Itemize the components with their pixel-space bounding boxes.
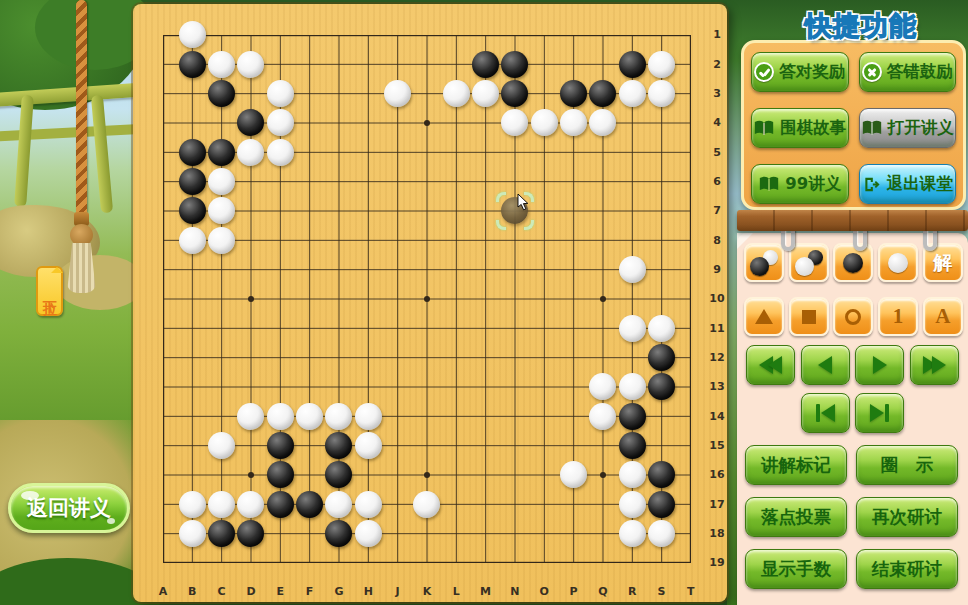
stone-white — [325, 491, 352, 518]
stone-white — [413, 491, 440, 518]
number-mark-tool[interactable]: 1 — [878, 297, 918, 336]
stone-white — [384, 80, 411, 107]
navigation-row — [746, 345, 959, 385]
column-label: L — [442, 582, 471, 600]
stone-black — [619, 403, 646, 430]
go-story-label: 围棋故事 — [780, 117, 846, 139]
column-label: R — [618, 582, 647, 600]
stone-white — [267, 139, 294, 166]
stone-black — [179, 197, 206, 224]
stone-white — [589, 109, 616, 136]
stone-white — [648, 80, 675, 107]
column-label: B — [178, 582, 207, 600]
vote-point-button[interactable]: 落点投票 — [745, 497, 847, 537]
encourage-wrong-button[interactable]: 答错鼓励 — [859, 52, 957, 92]
app-window: 下拉 返回讲义 ABCDEFGHJKLMNOPQRST 123456789101… — [0, 0, 968, 605]
black-over-white-stones-icon — [750, 250, 778, 276]
stone-white — [443, 80, 470, 107]
row-label: 1 — [704, 20, 730, 49]
column-label: A — [148, 582, 177, 600]
stone-black — [501, 80, 528, 107]
column-label: G — [324, 582, 353, 600]
stone-white — [179, 520, 206, 547]
stone-black — [325, 432, 352, 459]
session-buttons: 讲解标记 圈 示 落点投票 再次研讨 显示手数 结束研讨 — [745, 445, 958, 589]
pull-down-tab[interactable]: 下拉 — [36, 266, 63, 316]
column-label: O — [530, 582, 559, 600]
reward-correct-label: 答对奖励 — [779, 61, 845, 83]
reward-correct-button[interactable]: 答对奖励 — [751, 52, 849, 92]
fast-backward-button[interactable] — [746, 345, 795, 385]
first-move-button[interactable] — [801, 393, 850, 433]
stone-white — [237, 51, 264, 78]
rope-tassel[interactable] — [70, 224, 93, 246]
row-label: 10 — [704, 284, 730, 313]
stones-layer[interactable] — [148, 20, 705, 577]
open-handout-label: 打开讲义 — [888, 117, 954, 139]
row-label: 15 — [704, 431, 730, 460]
stone-black — [267, 432, 294, 459]
row-label: 12 — [704, 343, 730, 372]
row-label: 16 — [704, 460, 730, 489]
stone-white — [501, 109, 528, 136]
mark-tool-row: 1 A — [744, 297, 963, 336]
book-icon — [753, 120, 775, 137]
stone-white — [648, 520, 675, 547]
stone-white — [237, 491, 264, 518]
stone-white — [267, 403, 294, 430]
stone-black — [267, 461, 294, 488]
book-icon — [861, 120, 883, 137]
exit-class-button[interactable]: 退出课堂 — [859, 164, 957, 204]
tool-panel: 解 1 A — [737, 233, 968, 605]
bamboo-post — [14, 95, 34, 208]
check-circle-icon — [754, 62, 774, 82]
stone-white — [619, 461, 646, 488]
stone-black — [589, 80, 616, 107]
x-circle-icon — [862, 62, 882, 82]
target-bracket-icon — [496, 220, 506, 230]
row-label: 8 — [704, 226, 730, 255]
step-backward-icon — [818, 356, 832, 374]
stone-white — [560, 461, 587, 488]
stone-black — [619, 432, 646, 459]
stone-white — [208, 491, 235, 518]
row-label: 4 — [704, 108, 730, 137]
stone-white — [619, 373, 646, 400]
stone-black — [648, 461, 675, 488]
row-labels: 12345678910111213141516171819 — [704, 20, 730, 577]
stone-white — [355, 432, 382, 459]
stone-black — [296, 491, 323, 518]
stone-white — [648, 315, 675, 342]
pull-rope[interactable] — [76, 0, 87, 216]
white-black-pair-tool[interactable] — [789, 243, 829, 282]
column-label: P — [559, 582, 588, 600]
row-label: 7 — [704, 196, 730, 225]
stone-white — [619, 256, 646, 283]
column-label: D — [236, 582, 265, 600]
stone-white — [325, 403, 352, 430]
stone-white — [355, 520, 382, 547]
column-label: Q — [588, 582, 617, 600]
stone-white — [472, 80, 499, 107]
stone-black — [648, 344, 675, 371]
stone-white — [208, 432, 235, 459]
stone-black — [648, 491, 675, 518]
stone-black — [560, 80, 587, 107]
stone-black — [325, 520, 352, 547]
row-label: 6 — [704, 167, 730, 196]
exit-class-label: 退出课堂 — [887, 173, 953, 195]
number-mark-label: 1 — [893, 304, 904, 329]
stone-black — [501, 51, 528, 78]
pending-move-cursor[interactable] — [500, 196, 529, 225]
column-label: N — [500, 582, 529, 600]
stone-black — [208, 80, 235, 107]
fast-forward-button[interactable] — [910, 345, 959, 385]
stone-white — [531, 109, 558, 136]
circle-icon — [845, 309, 861, 325]
stone-black — [179, 51, 206, 78]
stone-black — [325, 461, 352, 488]
stone-white — [208, 168, 235, 195]
last-move-button[interactable] — [855, 393, 904, 433]
letter-mark-label: A — [935, 304, 950, 329]
first-move-icon — [816, 404, 820, 422]
last-move-icon — [870, 404, 884, 422]
row-label: 13 — [704, 372, 730, 401]
explain-mark-button[interactable]: 讲解标记 — [745, 445, 847, 485]
white-stone-tool[interactable] — [878, 243, 918, 282]
black-stone-icon — [843, 253, 863, 273]
circle-show-button[interactable]: 圈 示 — [856, 445, 958, 485]
column-label: J — [383, 582, 412, 600]
stone-white — [208, 197, 235, 224]
column-label: S — [647, 582, 676, 600]
quick-panel: 答对奖励 答错鼓励 围棋故事 打开讲义 99讲义 — [741, 40, 966, 210]
stone-white — [179, 21, 206, 48]
row-label: 9 — [704, 255, 730, 284]
stone-white — [355, 403, 382, 430]
mouse-cursor-icon — [517, 194, 529, 212]
black-white-pair-tool[interactable] — [744, 243, 784, 282]
row-label: 19 — [704, 548, 730, 577]
column-label: H — [354, 582, 383, 600]
go-story-button[interactable]: 围棋故事 — [751, 108, 849, 148]
stone-white — [619, 520, 646, 547]
black-stone-tool[interactable] — [833, 243, 873, 282]
go-board[interactable]: ABCDEFGHJKLMNOPQRST 12345678910111213141… — [133, 4, 727, 602]
stone-white — [208, 227, 235, 254]
column-label: M — [471, 582, 500, 600]
column-labels: ABCDEFGHJKLMNOPQRST — [148, 582, 705, 600]
navigation-row-2 — [801, 393, 905, 433]
step-forward-button[interactable] — [855, 345, 904, 385]
stone-white — [179, 227, 206, 254]
white-over-black-stones-icon — [795, 250, 823, 276]
stone-white — [619, 80, 646, 107]
exit-door-icon — [862, 176, 882, 193]
stone-white — [648, 51, 675, 78]
discuss-again-button[interactable]: 再次研讨 — [856, 497, 958, 537]
target-bracket-icon — [496, 192, 506, 202]
stone-black — [619, 51, 646, 78]
stone-black — [472, 51, 499, 78]
row-label: 2 — [704, 50, 730, 79]
encourage-wrong-label: 答错鼓励 — [887, 61, 953, 83]
stone-black — [237, 109, 264, 136]
column-label: K — [412, 582, 441, 600]
column-label: T — [676, 582, 705, 600]
stone-white — [237, 139, 264, 166]
row-label: 14 — [704, 402, 730, 431]
stone-black — [179, 168, 206, 195]
show-move-numbers-button[interactable]: 显示手数 — [745, 549, 847, 589]
triangle-mark-tool[interactable] — [744, 297, 784, 336]
stone-black — [208, 139, 235, 166]
wooden-shelf — [737, 210, 968, 231]
stone-white — [619, 315, 646, 342]
stone-white — [355, 491, 382, 518]
stone-black — [179, 139, 206, 166]
step-forward-icon — [873, 356, 887, 374]
stone-white — [267, 80, 294, 107]
stone-white — [179, 491, 206, 518]
column-label: E — [266, 582, 295, 600]
stone-white — [208, 51, 235, 78]
stone-white — [237, 403, 264, 430]
end-discussion-button[interactable]: 结束研讨 — [856, 549, 958, 589]
book-icon — [758, 176, 780, 193]
stone-black — [208, 520, 235, 547]
row-label: 11 — [704, 314, 730, 343]
triangle-icon — [755, 309, 773, 324]
bamboo-post — [91, 95, 113, 214]
answer-label: 解 — [933, 250, 952, 276]
open-handout-button[interactable]: 打开讲义 — [859, 108, 957, 148]
handout-99-button[interactable]: 99讲义 — [751, 164, 849, 204]
circle-mark-tool[interactable] — [833, 297, 873, 336]
stone-white — [619, 491, 646, 518]
target-bracket-icon — [524, 220, 534, 230]
row-label: 17 — [704, 490, 730, 519]
back-to-handout-button[interactable]: 返回讲义 — [8, 483, 130, 533]
step-backward-button[interactable] — [801, 345, 850, 385]
row-label: 5 — [704, 138, 730, 167]
quick-panel-title: 快捷功能 — [786, 8, 936, 44]
row-label: 3 — [704, 79, 730, 108]
stone-white — [296, 403, 323, 430]
stone-black — [267, 491, 294, 518]
stone-black — [648, 373, 675, 400]
white-stone-icon — [888, 253, 908, 273]
stone-white — [267, 109, 294, 136]
row-label: 18 — [704, 519, 730, 548]
stone-white — [589, 403, 616, 430]
stone-black — [237, 520, 264, 547]
stone-white — [589, 373, 616, 400]
letter-mark-tool[interactable]: A — [923, 297, 963, 336]
column-label: C — [207, 582, 236, 600]
column-label: F — [295, 582, 324, 600]
handout-99-label: 99讲义 — [785, 173, 841, 195]
stone-white — [560, 109, 587, 136]
square-icon — [802, 310, 816, 324]
square-mark-tool[interactable] — [789, 297, 829, 336]
